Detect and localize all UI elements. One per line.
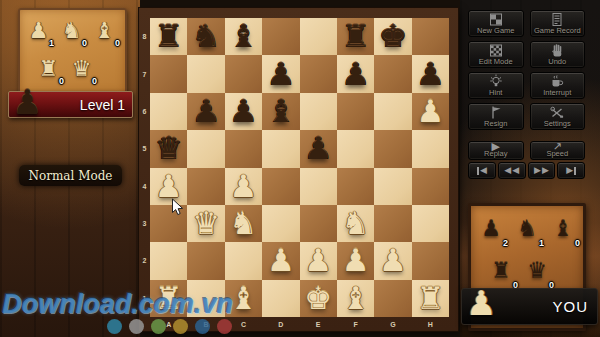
rank-label-5: 5 <box>143 145 147 152</box>
rank-labels: 87654321 <box>139 18 150 317</box>
settings-tools-icon <box>550 105 565 120</box>
rank-label-8: 8 <box>143 33 147 40</box>
square-c8[interactable]: ♝ <box>225 18 262 55</box>
player-white-pawn-avatar: ♟ <box>466 286 496 320</box>
chess-app-window: 87654321 ♜♞♝♜♚♟♟♟♟♟♝♟♛♟♟♟♛♞♞♟♟♟♟♜♝♚♝♜ AB… <box>0 0 600 337</box>
square-h2[interactable] <box>412 242 449 279</box>
square-d8[interactable] <box>262 18 299 55</box>
square-g7[interactable] <box>374 55 411 92</box>
resign-button[interactable]: Resign <box>468 103 524 130</box>
piece-black-knight[interactable]: ♞ <box>192 21 220 52</box>
edit-mode-button[interactable]: Edit Mode <box>468 41 524 68</box>
square-a1[interactable]: ♜ <box>150 280 187 317</box>
square-d5[interactable] <box>262 130 299 167</box>
piece-white-pawn[interactable]: ♟ <box>304 245 332 276</box>
piece-black-rook[interactable]: ♜ <box>155 21 183 52</box>
piece-black-pawn[interactable]: ♟ <box>230 96 258 127</box>
speed-button[interactable]: ↗ Speed <box>530 141 586 160</box>
rewind-button[interactable]: ◀◀ <box>498 162 526 179</box>
captured-black-knight: ♞1 <box>509 208 545 250</box>
square-e4[interactable] <box>300 168 337 205</box>
watermark-dot <box>173 319 188 334</box>
captured-white-bishop: ♝0 <box>88 12 121 50</box>
piece-black-bishop[interactable]: ♝ <box>230 21 258 52</box>
square-g3[interactable] <box>374 205 411 242</box>
file-label-f: F <box>353 321 357 328</box>
square-h8[interactable] <box>412 18 449 55</box>
square-g8[interactable]: ♚ <box>374 18 411 55</box>
captured-white-knight: ♞0 <box>55 12 88 50</box>
square-a5[interactable]: ♛ <box>150 130 187 167</box>
square-a2[interactable] <box>150 242 187 279</box>
board-squares: ♜♞♝♜♚♟♟♟♟♟♝♟♛♟♟♟♛♞♞♟♟♟♟♜♝♚♝♜ <box>150 18 449 317</box>
skip-to-end-button[interactable]: ▶ <box>557 162 585 179</box>
square-e2[interactable]: ♟ <box>300 242 337 279</box>
queen-icon: ♛ <box>527 260 547 282</box>
square-c1[interactable]: ♝ <box>225 280 262 317</box>
captured-count: 2 <box>503 238 508 248</box>
square-f8[interactable]: ♜ <box>337 18 374 55</box>
square-f7[interactable]: ♟ <box>337 55 374 92</box>
interrupt-coffee-cup-icon <box>550 74 565 89</box>
square-f2[interactable]: ♟ <box>337 242 374 279</box>
piece-black-pawn[interactable]: ♟ <box>416 59 444 90</box>
captured-white-pawn: ♟1 <box>22 12 55 50</box>
undo-button[interactable]: Undo <box>530 41 586 68</box>
rook-icon: ♜ <box>491 260 511 282</box>
square-a3[interactable] <box>150 205 187 242</box>
square-f6[interactable] <box>337 93 374 130</box>
bishop-icon: ♝ <box>95 20 115 42</box>
square-b3[interactable]: ♛ <box>187 205 224 242</box>
square-b2[interactable] <box>187 242 224 279</box>
game-record-button[interactable]: Game Record <box>530 10 586 37</box>
square-f4[interactable] <box>337 168 374 205</box>
fast-forward-icon: ▶▶ <box>534 166 549 175</box>
skip-to-end-icon: ▶ <box>566 166 576 175</box>
square-e5[interactable]: ♟ <box>300 130 337 167</box>
square-d3[interactable] <box>262 205 299 242</box>
piece-black-queen[interactable]: ♛ <box>155 133 183 164</box>
captured-count: 0 <box>92 76 97 86</box>
chess-board: 87654321 ♜♞♝♜♚♟♟♟♟♟♝♟♛♟♟♟♛♞♞♟♟♟♟♜♝♚♝♜ AB… <box>139 8 458 331</box>
square-h3[interactable] <box>412 205 449 242</box>
piece-white-pawn[interactable]: ♟ <box>342 245 370 276</box>
new-game-button[interactable]: New Game <box>468 10 524 37</box>
knight-icon: ♞ <box>517 218 537 240</box>
resign-flag-icon <box>488 105 503 120</box>
square-g4[interactable] <box>374 168 411 205</box>
square-f5[interactable] <box>337 130 374 167</box>
watermark-dot <box>129 319 144 334</box>
captured-count: 1 <box>49 38 54 48</box>
piece-white-knight[interactable]: ♞ <box>342 208 370 239</box>
skip-to-start-button[interactable]: ◀ <box>468 162 496 179</box>
captured-black-queen: ♛0 <box>519 250 555 292</box>
hint-lightbulb-icon <box>488 74 503 89</box>
watermark-dot <box>151 319 166 334</box>
captured-black-pawn: ♟2 <box>473 208 509 250</box>
rank-label-7: 7 <box>143 71 147 78</box>
captured-black-bishop: ♝0 <box>545 208 581 250</box>
captured-count: 0 <box>575 238 580 248</box>
square-e6[interactable] <box>300 93 337 130</box>
rank-label-2: 2 <box>143 257 147 264</box>
square-f3[interactable]: ♞ <box>337 205 374 242</box>
square-h5[interactable] <box>412 130 449 167</box>
piece-black-pawn[interactable]: ♟ <box>267 59 295 90</box>
file-label-d: D <box>278 321 283 328</box>
captured-count: 0 <box>82 38 87 48</box>
interrupt-button[interactable]: Interrupt <box>530 72 586 99</box>
piece-black-bishop[interactable]: ♝ <box>267 96 295 127</box>
piece-white-pawn[interactable]: ♟ <box>230 171 258 202</box>
replay-button[interactable]: ▶ Replay <box>468 141 524 160</box>
square-c2[interactable] <box>225 242 262 279</box>
captured-count: 1 <box>539 238 544 248</box>
rewind-icon: ◀◀ <box>504 166 519 175</box>
square-h6[interactable]: ♟ <box>412 93 449 130</box>
file-label-g: G <box>390 321 395 328</box>
square-a7[interactable] <box>150 55 187 92</box>
captured-white-queen: ♛0 <box>65 50 98 88</box>
watermark-dot <box>107 319 122 334</box>
mode-indicator: Normal Mode <box>19 165 122 186</box>
replay-controls: ▶ Replay ↗ Speed <box>468 141 585 160</box>
square-c6[interactable]: ♟ <box>225 93 262 130</box>
square-c5[interactable] <box>225 130 262 167</box>
piece-white-king[interactable]: ♚ <box>304 283 332 314</box>
fast-forward-button[interactable]: ▶▶ <box>528 162 556 179</box>
mode-label: Normal Mode <box>29 169 113 183</box>
piece-white-queen[interactable]: ♛ <box>192 208 220 239</box>
piece-black-king[interactable]: ♚ <box>379 21 407 52</box>
square-h1[interactable]: ♜ <box>412 280 449 317</box>
piece-white-pawn[interactable]: ♟ <box>155 171 183 202</box>
action-button-grid: New Game Game Record Edit Mode Undo Hint <box>468 10 585 130</box>
square-a8[interactable]: ♜ <box>150 18 187 55</box>
pawn-icon: ♟ <box>481 218 501 240</box>
file-label-e: E <box>316 321 321 328</box>
piece-white-pawn[interactable]: ♟ <box>267 245 295 276</box>
watermark-dots <box>107 319 232 334</box>
skip-to-start-icon: ◀ <box>477 166 487 175</box>
square-g2[interactable]: ♟ <box>374 242 411 279</box>
square-c7[interactable] <box>225 55 262 92</box>
undo-hand-icon <box>550 43 565 58</box>
file-label-c: C <box>241 321 246 328</box>
hint-button[interactable]: Hint <box>468 72 524 99</box>
watermark-dot <box>217 319 232 334</box>
rook-icon: ♜ <box>39 58 59 80</box>
queen-icon: ♛ <box>72 58 92 80</box>
square-a4[interactable]: ♟ <box>150 168 187 205</box>
square-d6[interactable]: ♝ <box>262 93 299 130</box>
square-e3[interactable] <box>300 205 337 242</box>
edit-mode-checkerboard-icon <box>488 43 503 58</box>
square-e8[interactable] <box>300 18 337 55</box>
rank-label-6: 6 <box>143 108 147 115</box>
rank-label-3: 3 <box>143 220 147 227</box>
captured-count: 0 <box>59 76 64 86</box>
square-c4[interactable]: ♟ <box>225 168 262 205</box>
replay-media-buttons: ◀ ◀◀ ▶▶ ▶ <box>468 162 585 179</box>
square-b5[interactable] <box>187 130 224 167</box>
piece-white-bishop[interactable]: ♝ <box>230 283 258 314</box>
captured-count: 0 <box>115 38 120 48</box>
piece-white-rook[interactable]: ♜ <box>155 283 183 314</box>
piece-black-pawn[interactable]: ♟ <box>342 59 370 90</box>
square-h4[interactable] <box>412 168 449 205</box>
square-b8[interactable]: ♞ <box>187 18 224 55</box>
square-b1[interactable] <box>187 280 224 317</box>
rank-label-4: 4 <box>143 183 147 190</box>
square-g6[interactable] <box>374 93 411 130</box>
square-d1[interactable] <box>262 280 299 317</box>
square-e1[interactable]: ♚ <box>300 280 337 317</box>
game-record-document-icon <box>550 12 565 27</box>
watermark-dot <box>195 319 210 334</box>
level-label: Level 1 <box>80 97 125 113</box>
you-label: YOU <box>552 298 588 315</box>
piece-black-pawn[interactable]: ♟ <box>192 96 220 127</box>
square-d4[interactable] <box>262 168 299 205</box>
piece-black-rook[interactable]: ♜ <box>342 21 370 52</box>
square-f1[interactable]: ♝ <box>337 280 374 317</box>
piece-black-pawn[interactable]: ♟ <box>304 133 332 164</box>
square-c3[interactable]: ♞ <box>225 205 262 242</box>
square-g1[interactable] <box>374 280 411 317</box>
square-h7[interactable]: ♟ <box>412 55 449 92</box>
square-g5[interactable] <box>374 130 411 167</box>
pawn-icon: ♟ <box>29 20 49 42</box>
square-b6[interactable]: ♟ <box>187 93 224 130</box>
piece-white-rook[interactable]: ♜ <box>416 283 444 314</box>
piece-white-knight[interactable]: ♞ <box>230 208 258 239</box>
rank-label-1: 1 <box>143 295 147 302</box>
piece-white-pawn[interactable]: ♟ <box>416 96 444 127</box>
opponent-black-pawn-avatar: ♟ <box>12 85 42 119</box>
bishop-icon: ♝ <box>553 218 573 240</box>
new-game-board-icon <box>488 12 503 27</box>
square-d7[interactable]: ♟ <box>262 55 299 92</box>
square-b7[interactable] <box>187 55 224 92</box>
square-a6[interactable] <box>150 93 187 130</box>
square-e7[interactable] <box>300 55 337 92</box>
piece-white-bishop[interactable]: ♝ <box>342 283 370 314</box>
settings-button[interactable]: Settings <box>530 103 586 130</box>
square-b4[interactable] <box>187 168 224 205</box>
piece-white-pawn[interactable]: ♟ <box>379 245 407 276</box>
file-label-h: H <box>428 321 433 328</box>
knight-icon: ♞ <box>62 20 82 42</box>
square-d2[interactable]: ♟ <box>262 242 299 279</box>
